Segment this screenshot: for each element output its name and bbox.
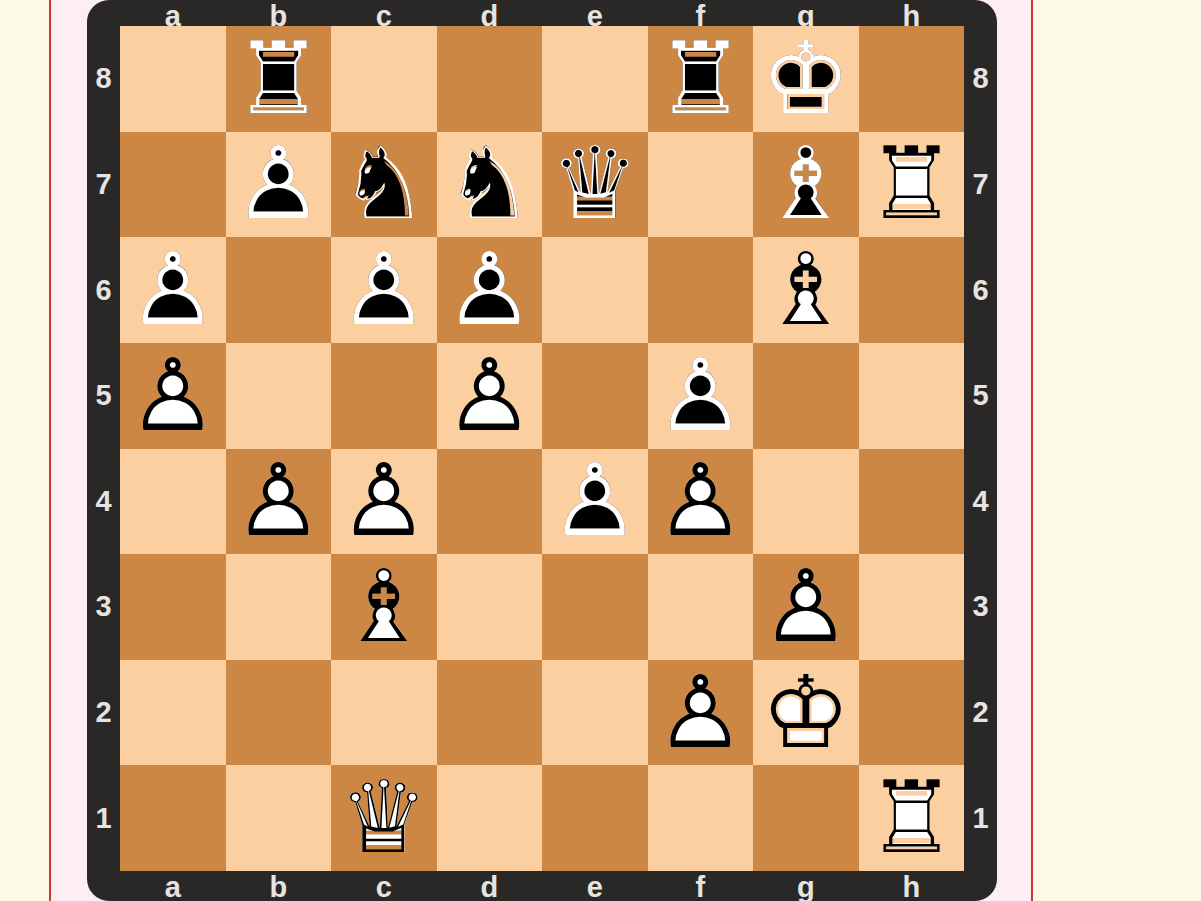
file-label-a: a xyxy=(120,871,226,901)
white-pawn-piece[interactable]: ♟♙ xyxy=(120,343,226,449)
square-e6[interactable] xyxy=(542,237,648,343)
white-pawn-outline-glyph: ♙ xyxy=(331,449,437,555)
square-b1[interactable] xyxy=(226,765,332,871)
black-king-outline-glyph: ♔ xyxy=(753,26,859,132)
white-king-outline-glyph: ♔ xyxy=(753,660,859,766)
rank-label-8: 8 xyxy=(87,26,120,132)
rank-label-2: 2 xyxy=(87,660,120,766)
white-rook-outline-glyph: ♖ xyxy=(859,132,965,238)
black-knight-outline-glyph: ♘ xyxy=(331,132,437,238)
square-d5[interactable]: ♟♙ xyxy=(437,343,543,449)
black-knight-outline-glyph: ♘ xyxy=(437,132,543,238)
white-pawn-piece[interactable]: ♟♙ xyxy=(648,660,754,766)
square-f3[interactable] xyxy=(648,554,754,660)
file-label-c: c xyxy=(331,871,437,901)
square-b3[interactable] xyxy=(226,554,332,660)
black-bishop-outline-glyph: ♗ xyxy=(753,132,859,238)
black-pawn-outline-glyph: ♙ xyxy=(542,449,648,555)
rank-label-4: 4 xyxy=(87,449,120,555)
square-g1[interactable] xyxy=(753,765,859,871)
black-pawn-outline-glyph: ♙ xyxy=(648,343,754,449)
square-g2[interactable]: ♚♔ xyxy=(753,660,859,766)
rank-label-1: 1 xyxy=(964,765,997,871)
square-a4[interactable] xyxy=(120,449,226,555)
file-label-e: e xyxy=(542,871,648,901)
square-f2[interactable]: ♟♙ xyxy=(648,660,754,766)
file-labels-bottom: abcdefgh xyxy=(120,871,964,901)
square-a1[interactable] xyxy=(120,765,226,871)
black-knight-piece[interactable]: ♞♘ xyxy=(331,132,437,238)
white-pawn-piece[interactable]: ♟♙ xyxy=(331,449,437,555)
square-a2[interactable] xyxy=(120,660,226,766)
square-a7[interactable] xyxy=(120,132,226,238)
square-c2[interactable] xyxy=(331,660,437,766)
white-bishop-piece[interactable]: ♝♗ xyxy=(753,237,859,343)
file-label-b: b xyxy=(226,871,332,901)
file-label-g: g xyxy=(753,871,859,901)
square-g8[interactable]: ♚♔ xyxy=(753,26,859,132)
square-e4[interactable]: ♟♙ xyxy=(542,449,648,555)
white-pawn-piece[interactable]: ♟♙ xyxy=(753,554,859,660)
square-c4[interactable]: ♟♙ xyxy=(331,449,437,555)
square-a8[interactable] xyxy=(120,26,226,132)
black-rook-piece[interactable]: ♜♖ xyxy=(226,26,332,132)
square-e7[interactable]: ♛♕ xyxy=(542,132,648,238)
square-a3[interactable] xyxy=(120,554,226,660)
square-e8[interactable] xyxy=(542,26,648,132)
square-a6[interactable]: ♟♙ xyxy=(120,237,226,343)
white-pawn-outline-glyph: ♙ xyxy=(437,343,543,449)
square-d7[interactable]: ♞♘ xyxy=(437,132,543,238)
black-pawn-piece[interactable]: ♟♙ xyxy=(648,343,754,449)
file-label-h: h xyxy=(859,871,965,901)
file-label-f: f xyxy=(648,871,754,901)
white-pawn-outline-glyph: ♙ xyxy=(648,660,754,766)
square-e3[interactable] xyxy=(542,554,648,660)
black-pawn-piece[interactable]: ♟♙ xyxy=(226,132,332,238)
rank-label-6: 6 xyxy=(87,237,120,343)
square-b8[interactable]: ♜♖ xyxy=(226,26,332,132)
square-h7[interactable]: ♜♖ xyxy=(859,132,965,238)
square-b5[interactable] xyxy=(226,343,332,449)
square-b6[interactable] xyxy=(226,237,332,343)
rank-label-2: 2 xyxy=(964,660,997,766)
white-bishop-outline-glyph: ♗ xyxy=(331,554,437,660)
white-pawn-piece[interactable]: ♟♙ xyxy=(226,449,332,555)
board: ♜♖♜♖♚♔♟♙♞♘♞♘♛♕♝♗♜♖♟♙♟♙♟♙♝♗♟♙♟♙♟♙♟♙♟♙♟♙♟♙… xyxy=(120,26,964,871)
white-bishop-piece[interactable]: ♝♗ xyxy=(331,554,437,660)
white-rook-outline-glyph: ♖ xyxy=(859,765,965,871)
rank-label-3: 3 xyxy=(964,554,997,660)
square-d2[interactable] xyxy=(437,660,543,766)
square-f4[interactable]: ♟♙ xyxy=(648,449,754,555)
black-pawn-piece[interactable]: ♟♙ xyxy=(331,237,437,343)
square-c1[interactable]: ♛♕ xyxy=(331,765,437,871)
square-f8[interactable]: ♜♖ xyxy=(648,26,754,132)
white-queen-piece[interactable]: ♛♕ xyxy=(331,765,437,871)
square-d4[interactable] xyxy=(437,449,543,555)
rank-label-7: 7 xyxy=(964,132,997,238)
square-h6[interactable] xyxy=(859,237,965,343)
chess-board-frame: abcdefgh 87654321 ♜♖♜♖♚♔♟♙♞♘♞♘♛♕♝♗♜♖♟♙♟♙… xyxy=(87,0,997,901)
black-king-piece[interactable]: ♚♔ xyxy=(753,26,859,132)
square-g6[interactable]: ♝♗ xyxy=(753,237,859,343)
square-c7[interactable]: ♞♘ xyxy=(331,132,437,238)
white-bishop-outline-glyph: ♗ xyxy=(753,237,859,343)
black-pawn-piece[interactable]: ♟♙ xyxy=(437,237,543,343)
square-b4[interactable]: ♟♙ xyxy=(226,449,332,555)
white-pawn-outline-glyph: ♙ xyxy=(120,343,226,449)
white-rook-piece[interactable]: ♜♖ xyxy=(859,765,965,871)
white-pawn-outline-glyph: ♙ xyxy=(753,554,859,660)
rank-label-5: 5 xyxy=(964,343,997,449)
square-f5[interactable]: ♟♙ xyxy=(648,343,754,449)
square-h8[interactable] xyxy=(859,26,965,132)
rank-label-4: 4 xyxy=(964,449,997,555)
black-rook-outline-glyph: ♖ xyxy=(226,26,332,132)
square-d1[interactable] xyxy=(437,765,543,871)
square-c8[interactable] xyxy=(331,26,437,132)
square-d6[interactable]: ♟♙ xyxy=(437,237,543,343)
square-c3[interactable]: ♝♗ xyxy=(331,554,437,660)
black-pawn-outline-glyph: ♙ xyxy=(226,132,332,238)
square-f1[interactable] xyxy=(648,765,754,871)
black-bishop-piece[interactable]: ♝♗ xyxy=(753,132,859,238)
rank-label-5: 5 xyxy=(87,343,120,449)
square-g7[interactable]: ♝♗ xyxy=(753,132,859,238)
white-queen-outline-glyph: ♕ xyxy=(331,765,437,871)
rank-label-7: 7 xyxy=(87,132,120,238)
square-h1[interactable]: ♜♖ xyxy=(859,765,965,871)
white-pawn-piece[interactable]: ♟♙ xyxy=(648,449,754,555)
rank-labels-right: 87654321 xyxy=(964,26,997,871)
black-rook-outline-glyph: ♖ xyxy=(648,26,754,132)
square-h5[interactable] xyxy=(859,343,965,449)
square-e1[interactable] xyxy=(542,765,648,871)
white-pawn-outline-glyph: ♙ xyxy=(226,449,332,555)
white-pawn-piece[interactable]: ♟♙ xyxy=(437,343,543,449)
white-king-piece[interactable]: ♚♔ xyxy=(753,660,859,766)
black-queen-piece[interactable]: ♛♕ xyxy=(542,132,648,238)
square-c5[interactable] xyxy=(331,343,437,449)
square-f6[interactable] xyxy=(648,237,754,343)
square-h2[interactable] xyxy=(859,660,965,766)
rank-labels-left: 87654321 xyxy=(87,26,120,871)
square-c6[interactable]: ♟♙ xyxy=(331,237,437,343)
square-b2[interactable] xyxy=(226,660,332,766)
black-rook-piece[interactable]: ♜♖ xyxy=(648,26,754,132)
rank-label-3: 3 xyxy=(87,554,120,660)
square-g4[interactable] xyxy=(753,449,859,555)
file-label-d: d xyxy=(437,871,543,901)
rank-label-8: 8 xyxy=(964,26,997,132)
square-a5[interactable]: ♟♙ xyxy=(120,343,226,449)
rank-label-1: 1 xyxy=(87,765,120,871)
square-h3[interactable] xyxy=(859,554,965,660)
square-g3[interactable]: ♟♙ xyxy=(753,554,859,660)
square-h4[interactable] xyxy=(859,449,965,555)
black-knight-piece[interactable]: ♞♘ xyxy=(437,132,543,238)
square-e2[interactable] xyxy=(542,660,648,766)
black-pawn-piece[interactable]: ♟♙ xyxy=(542,449,648,555)
white-pawn-outline-glyph: ♙ xyxy=(648,449,754,555)
square-e5[interactable] xyxy=(542,343,648,449)
square-f7[interactable] xyxy=(648,132,754,238)
black-pawn-outline-glyph: ♙ xyxy=(437,237,543,343)
square-d8[interactable] xyxy=(437,26,543,132)
black-pawn-outline-glyph: ♙ xyxy=(331,237,437,343)
rank-label-6: 6 xyxy=(964,237,997,343)
square-d3[interactable] xyxy=(437,554,543,660)
square-b7[interactable]: ♟♙ xyxy=(226,132,332,238)
square-g5[interactable] xyxy=(753,343,859,449)
black-pawn-piece[interactable]: ♟♙ xyxy=(120,237,226,343)
black-pawn-outline-glyph: ♙ xyxy=(120,237,226,343)
white-rook-piece[interactable]: ♜♖ xyxy=(859,132,965,238)
black-queen-outline-glyph: ♕ xyxy=(542,132,648,238)
